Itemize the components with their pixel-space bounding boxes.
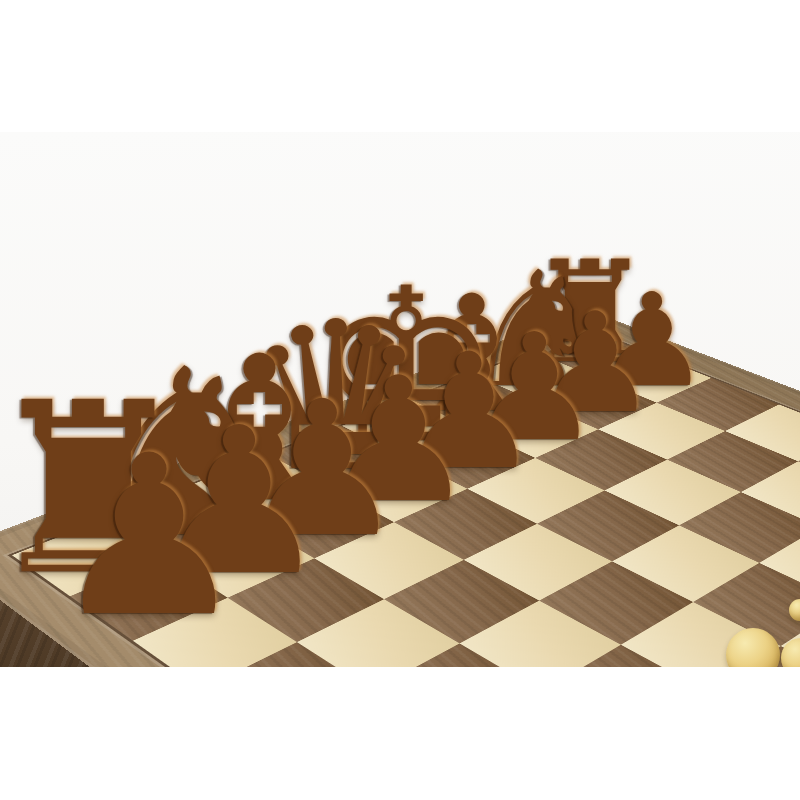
product-photo: ♜♞♝♛♚♝♞♜♟♟♟♟♟♟♟♟ bbox=[0, 0, 800, 800]
chess-board-frame bbox=[0, 309, 800, 667]
chess-board bbox=[12, 329, 800, 667]
photo-area: ♜♞♝♛♚♝♞♜♟♟♟♟♟♟♟♟ bbox=[0, 132, 800, 667]
